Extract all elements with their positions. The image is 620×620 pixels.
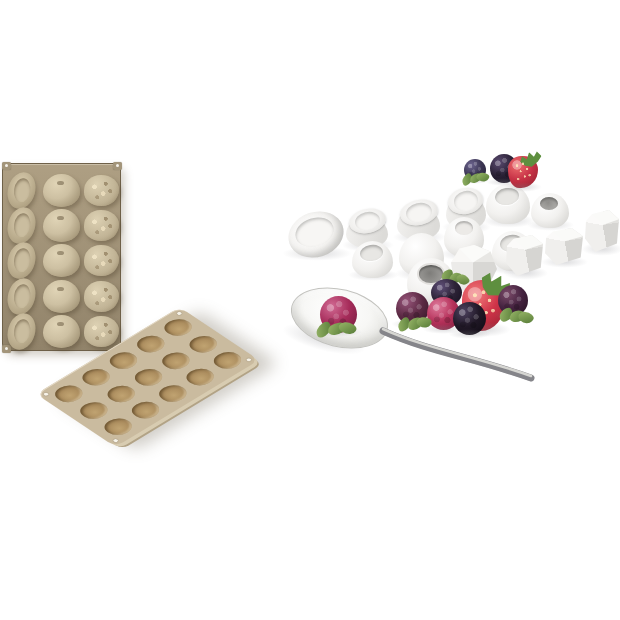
cavity-dome-r3 (43, 244, 80, 277)
mould-corner-tab-2 (2, 345, 11, 353)
mould-corner-hole-1 (176, 311, 183, 315)
mould-cavity-hole-r1c4 (132, 332, 169, 356)
cavity-dome-r1 (43, 174, 80, 207)
praline-ring-front-left (352, 241, 393, 278)
mould-cavity-hole-r1c1 (50, 382, 87, 406)
mould-corner-tab-1 (113, 162, 122, 170)
spoon-handle-stroke (383, 333, 531, 380)
cavity-dome-r5 (43, 315, 80, 348)
leaves-right (498, 306, 532, 325)
praline-hole-back (531, 193, 569, 228)
praline-quenelle-left (288, 212, 344, 257)
praline-cube-right-mid (545, 228, 583, 265)
product-photo (0, 0, 620, 620)
mould-cavity-hole-r2c4 (157, 349, 194, 373)
mould-cavity-hole-r1c5 (159, 316, 196, 340)
tabdot-part (116, 164, 119, 167)
strawberry-small (508, 156, 538, 188)
mould-cavity-hole-r1c3 (104, 349, 141, 373)
mould-cavity-hole-r2c2 (102, 382, 139, 406)
cavity-textured-r1 (84, 175, 119, 206)
cavity-textured-r3 (84, 245, 119, 276)
mould-cavity-hole-r1c2 (77, 365, 114, 389)
mould-cavity-hole-r3c3 (154, 382, 191, 406)
cavity-oval-r2 (3, 203, 39, 246)
mould-cavity-hole-r2c5 (184, 332, 221, 356)
dot-part (455, 221, 473, 235)
cavity-oval-r3 (3, 238, 39, 281)
praline-cube-right-back (585, 210, 619, 252)
mould-corner-hole-0 (43, 392, 50, 396)
mould-cavity-hole-r3c1 (99, 415, 136, 439)
cavity-textured-r5 (84, 316, 119, 347)
mould-cavity-hole-r2c1 (75, 399, 112, 423)
cavity-textured-r2 (84, 210, 119, 241)
cavity-dome-r2 (43, 209, 80, 242)
mould-corner-tab-0 (2, 162, 11, 170)
mould-cavity-hole-r3c2 (126, 398, 163, 422)
blackberry-front (453, 302, 486, 335)
cavity-oval-r1 (3, 168, 39, 211)
cavity-dome-r4 (43, 280, 80, 313)
strawberry-sepal (518, 150, 544, 171)
cavity-textured-r4 (84, 281, 119, 312)
silicone-mould-top-view (2, 163, 121, 351)
mould-corner-hole-3 (245, 358, 252, 362)
mould-cavity-hole-r3c4 (181, 365, 218, 389)
tabdot-part (5, 347, 8, 350)
leaves-on-spoon (315, 320, 354, 338)
mould-corner-hole-2 (112, 438, 119, 442)
mould-cavity-hole-r3c5 (208, 348, 245, 372)
praline-cube-center (506, 235, 543, 276)
mould-cavity-hole-r2c3 (129, 365, 166, 389)
cavity-oval-r4 (3, 274, 39, 317)
tabdot-part (5, 164, 8, 167)
